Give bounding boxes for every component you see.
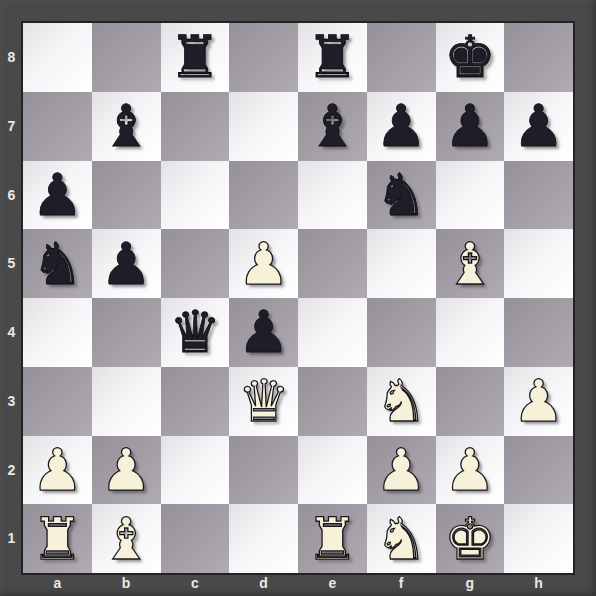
piece-white-pawn-a2[interactable]: ♟ bbox=[31, 441, 83, 499]
piece-black-knight-a5[interactable]: ♞ bbox=[31, 235, 83, 293]
square-e1[interactable]: ♜ bbox=[298, 504, 367, 573]
rank-label-4: 4 bbox=[0, 298, 23, 367]
square-e2[interactable] bbox=[298, 436, 367, 505]
rank-label-5: 5 bbox=[0, 229, 23, 298]
piece-white-rook-e1[interactable]: ♜ bbox=[306, 510, 358, 568]
square-f6[interactable]: ♞ bbox=[367, 161, 436, 230]
square-h5[interactable] bbox=[504, 229, 573, 298]
piece-black-pawn-a6[interactable]: ♟ bbox=[31, 166, 83, 224]
square-g8[interactable]: ♚ bbox=[436, 23, 505, 92]
square-e5[interactable] bbox=[298, 229, 367, 298]
piece-white-pawn-g2[interactable]: ♟ bbox=[444, 441, 496, 499]
square-d3[interactable]: ♛ bbox=[229, 367, 298, 436]
square-f4[interactable] bbox=[367, 298, 436, 367]
square-b8[interactable] bbox=[92, 23, 161, 92]
square-b6[interactable] bbox=[92, 161, 161, 230]
square-d4[interactable]: ♟ bbox=[229, 298, 298, 367]
square-a4[interactable] bbox=[23, 298, 92, 367]
piece-white-knight-f3[interactable]: ♞ bbox=[375, 372, 427, 430]
file-label-e: e bbox=[298, 573, 367, 596]
square-b1[interactable]: ♝ bbox=[92, 504, 161, 573]
square-b3[interactable] bbox=[92, 367, 161, 436]
chess-board: ♜♜♚♝♝♟♟♟♟♞♞♟♟♝♛♟♛♞♟♟♟♟♟♜♝♜♞♚ bbox=[23, 23, 573, 573]
piece-white-pawn-f2[interactable]: ♟ bbox=[375, 441, 427, 499]
rank-label-1: 1 bbox=[0, 504, 23, 573]
piece-black-pawn-g7[interactable]: ♟ bbox=[444, 97, 496, 155]
square-d1[interactable] bbox=[229, 504, 298, 573]
square-e4[interactable] bbox=[298, 298, 367, 367]
file-label-g: g bbox=[436, 573, 505, 596]
square-a2[interactable]: ♟ bbox=[23, 436, 92, 505]
piece-black-pawn-b5[interactable]: ♟ bbox=[100, 235, 152, 293]
piece-black-knight-f6[interactable]: ♞ bbox=[375, 166, 427, 224]
square-c1[interactable] bbox=[161, 504, 230, 573]
piece-black-pawn-f7[interactable]: ♟ bbox=[375, 97, 427, 155]
piece-white-rook-a1[interactable]: ♜ bbox=[31, 510, 83, 568]
square-b5[interactable]: ♟ bbox=[92, 229, 161, 298]
rank-label-7: 7 bbox=[0, 92, 23, 161]
square-g6[interactable] bbox=[436, 161, 505, 230]
square-f5[interactable] bbox=[367, 229, 436, 298]
square-h3[interactable]: ♟ bbox=[504, 367, 573, 436]
square-g2[interactable]: ♟ bbox=[436, 436, 505, 505]
piece-white-pawn-b2[interactable]: ♟ bbox=[100, 441, 152, 499]
file-label-f: f bbox=[367, 573, 436, 596]
square-a7[interactable] bbox=[23, 92, 92, 161]
square-h7[interactable]: ♟ bbox=[504, 92, 573, 161]
square-d5[interactable]: ♟ bbox=[229, 229, 298, 298]
square-c7[interactable] bbox=[161, 92, 230, 161]
square-c8[interactable]: ♜ bbox=[161, 23, 230, 92]
piece-white-king-g1[interactable]: ♚ bbox=[444, 510, 496, 568]
square-a6[interactable]: ♟ bbox=[23, 161, 92, 230]
square-c6[interactable] bbox=[161, 161, 230, 230]
piece-black-king-g8[interactable]: ♚ bbox=[444, 28, 496, 86]
piece-white-pawn-d5[interactable]: ♟ bbox=[238, 235, 290, 293]
file-label-h: h bbox=[504, 573, 573, 596]
piece-white-pawn-h3[interactable]: ♟ bbox=[513, 372, 565, 430]
square-f2[interactable]: ♟ bbox=[367, 436, 436, 505]
piece-black-pawn-d4[interactable]: ♟ bbox=[238, 303, 290, 361]
square-b4[interactable] bbox=[92, 298, 161, 367]
square-a8[interactable] bbox=[23, 23, 92, 92]
square-h8[interactable] bbox=[504, 23, 573, 92]
square-a5[interactable]: ♞ bbox=[23, 229, 92, 298]
square-h2[interactable] bbox=[504, 436, 573, 505]
rank-label-3: 3 bbox=[0, 367, 23, 436]
square-f7[interactable]: ♟ bbox=[367, 92, 436, 161]
piece-white-bishop-g5[interactable]: ♝ bbox=[444, 235, 496, 293]
square-b2[interactable]: ♟ bbox=[92, 436, 161, 505]
piece-black-rook-e8[interactable]: ♜ bbox=[306, 28, 358, 86]
square-e7[interactable]: ♝ bbox=[298, 92, 367, 161]
rank-label-6: 6 bbox=[0, 161, 23, 230]
piece-black-bishop-e7[interactable]: ♝ bbox=[306, 97, 358, 155]
square-h6[interactable] bbox=[504, 161, 573, 230]
file-label-c: c bbox=[161, 573, 230, 596]
square-g1[interactable]: ♚ bbox=[436, 504, 505, 573]
file-label-d: d bbox=[229, 573, 298, 596]
square-e8[interactable]: ♜ bbox=[298, 23, 367, 92]
square-h4[interactable] bbox=[504, 298, 573, 367]
square-a1[interactable]: ♜ bbox=[23, 504, 92, 573]
file-label-a: a bbox=[23, 573, 92, 596]
square-f1[interactable]: ♞ bbox=[367, 504, 436, 573]
file-label-b: b bbox=[92, 573, 161, 596]
square-g3[interactable] bbox=[436, 367, 505, 436]
square-d2[interactable] bbox=[229, 436, 298, 505]
square-c4[interactable]: ♛ bbox=[161, 298, 230, 367]
rank-label-8: 8 bbox=[0, 23, 23, 92]
square-e3[interactable] bbox=[298, 367, 367, 436]
piece-black-pawn-h7[interactable]: ♟ bbox=[513, 97, 565, 155]
square-d6[interactable] bbox=[229, 161, 298, 230]
square-h1[interactable] bbox=[504, 504, 573, 573]
piece-black-bishop-b7[interactable]: ♝ bbox=[100, 97, 152, 155]
square-f3[interactable]: ♞ bbox=[367, 367, 436, 436]
rank-label-2: 2 bbox=[0, 436, 23, 505]
square-c2[interactable] bbox=[161, 436, 230, 505]
square-c3[interactable] bbox=[161, 367, 230, 436]
square-g7[interactable]: ♟ bbox=[436, 92, 505, 161]
square-f8[interactable] bbox=[367, 23, 436, 92]
square-g4[interactable] bbox=[436, 298, 505, 367]
piece-white-bishop-b1[interactable]: ♝ bbox=[100, 510, 152, 568]
square-g5[interactable]: ♝ bbox=[436, 229, 505, 298]
chess-board-frame: ♜♜♚♝♝♟♟♟♟♞♞♟♟♝♛♟♛♞♟♟♟♟♟♜♝♜♞♚ 87654321abc… bbox=[0, 0, 596, 596]
square-a3[interactable] bbox=[23, 367, 92, 436]
square-b7[interactable]: ♝ bbox=[92, 92, 161, 161]
piece-black-queen-c4[interactable]: ♛ bbox=[169, 303, 221, 361]
piece-black-rook-c8[interactable]: ♜ bbox=[169, 28, 221, 86]
piece-white-knight-f1[interactable]: ♞ bbox=[375, 510, 427, 568]
square-d8[interactable] bbox=[229, 23, 298, 92]
square-e6[interactable] bbox=[298, 161, 367, 230]
square-d7[interactable] bbox=[229, 92, 298, 161]
piece-white-queen-d3[interactable]: ♛ bbox=[238, 372, 290, 430]
square-c5[interactable] bbox=[161, 229, 230, 298]
